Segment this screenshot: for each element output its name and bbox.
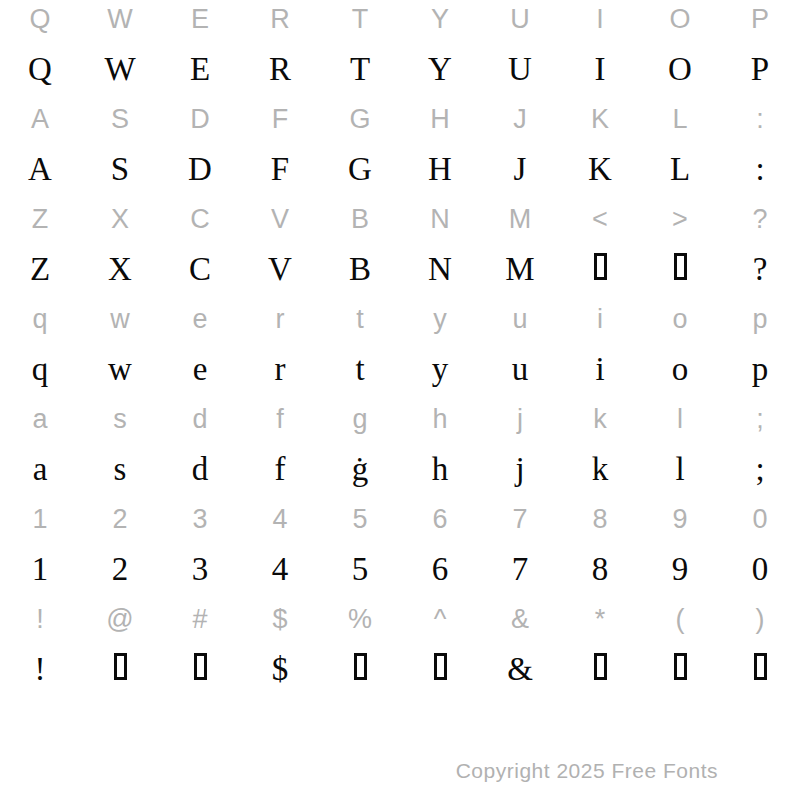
reference-glyph: : [756, 106, 764, 133]
reference-glyph: 3 [192, 506, 207, 533]
font-glyph: Y [428, 53, 452, 86]
reference-glyph: 4 [272, 506, 287, 533]
reference-glyph: Q [29, 6, 50, 33]
font-glyph: M [505, 253, 534, 286]
font-glyph: k [592, 453, 609, 486]
font-glyph: 0 [752, 553, 769, 586]
font-glyph: 4 [272, 553, 289, 586]
font-glyph: V [268, 253, 292, 286]
reference-glyph: o [672, 306, 687, 333]
reference-glyph: H [430, 106, 450, 133]
missing-glyph-box [114, 653, 127, 680]
reference-glyph: D [190, 106, 210, 133]
missing-glyph-box [754, 653, 767, 680]
rendered-font-row: 1234567890 [0, 538, 800, 600]
reference-glyph: P [751, 6, 769, 33]
missing-glyph-box [354, 653, 367, 680]
font-glyph: ? [753, 253, 768, 286]
reference-row: ASDFGHJKL: [0, 100, 800, 138]
font-glyph: 5 [352, 553, 369, 586]
reference-glyph: < [592, 206, 608, 233]
reference-glyph: > [672, 206, 688, 233]
font-glyph: p [752, 353, 769, 386]
font-glyph: e [193, 353, 208, 386]
rendered-font-row: asdfġhjkl; [0, 438, 800, 500]
font-glyph: q [32, 353, 49, 386]
reference-glyph: ; [756, 406, 764, 433]
reference-glyph: d [192, 406, 207, 433]
font-glyph: C [189, 253, 211, 286]
reference-glyph: U [510, 6, 530, 33]
font-glyph: A [28, 153, 52, 186]
charmap-row-pair: qwertyuiopqwertyuiop [0, 300, 800, 400]
font-glyph: Z [30, 253, 50, 286]
font-glyph: T [350, 53, 370, 86]
reference-glyph: M [509, 206, 532, 233]
reference-glyph: ^ [434, 606, 447, 633]
font-glyph: i [595, 353, 604, 386]
font-glyph: O [668, 53, 692, 86]
reference-glyph: B [351, 206, 369, 233]
font-glyph-missing [674, 653, 687, 686]
rendered-font-row: !$& [0, 638, 800, 700]
reference-glyph: W [107, 6, 132, 33]
reference-glyph: p [752, 306, 767, 333]
reference-glyph: X [111, 206, 129, 233]
font-glyph: f [275, 453, 286, 486]
font-glyph: X [108, 253, 132, 286]
reference-glyph: C [190, 206, 210, 233]
font-glyph: I [595, 53, 606, 86]
font-glyph-missing [594, 653, 607, 686]
font-glyph: u [512, 353, 529, 386]
reference-glyph: O [669, 6, 690, 33]
reference-glyph: e [192, 306, 207, 333]
reference-glyph: R [270, 6, 290, 33]
reference-glyph: ) [756, 606, 765, 633]
charmap-row-pair: QWERTYUIOPQWERTYUIOP [0, 0, 800, 100]
reference-glyph: 2 [112, 506, 127, 533]
reference-glyph: 5 [352, 506, 367, 533]
reference-glyph: g [352, 406, 367, 433]
font-glyph: 1 [32, 553, 49, 586]
charmap-row-pair: ZXCVBNM<>?ZXCVBNM? [0, 200, 800, 300]
font-glyph: ! [35, 653, 46, 686]
reference-row: !@#$%^&*() [0, 600, 800, 638]
font-glyph: E [190, 53, 210, 86]
font-glyph: r [275, 353, 286, 386]
font-glyph: 6 [432, 553, 449, 586]
reference-glyph: w [110, 306, 130, 333]
font-glyph: S [111, 153, 129, 186]
reference-glyph: % [348, 606, 372, 633]
font-glyph: & [507, 653, 533, 686]
reference-glyph: I [596, 6, 604, 33]
font-glyph: L [670, 153, 690, 186]
reference-glyph: L [672, 106, 687, 133]
font-glyph: w [108, 353, 132, 386]
font-glyph: ; [755, 453, 764, 486]
reference-glyph: h [432, 406, 447, 433]
reference-glyph: 7 [512, 506, 527, 533]
font-glyph: l [675, 453, 684, 486]
font-glyph-missing [434, 653, 447, 686]
font-glyph: J [514, 153, 527, 186]
font-glyph: s [114, 453, 127, 486]
font-glyph: d [192, 453, 209, 486]
reference-glyph: Z [32, 206, 49, 233]
missing-glyph-box [674, 653, 687, 680]
missing-glyph-box [594, 253, 607, 280]
reference-glyph: V [271, 206, 289, 233]
copyright-text: Copyright 2025 Free Fonts [456, 759, 718, 783]
reference-glyph: f [276, 406, 284, 433]
reference-glyph: S [111, 106, 129, 133]
font-glyph: t [355, 353, 364, 386]
rendered-font-row: ZXCVBNM? [0, 238, 800, 300]
font-glyph: H [428, 153, 452, 186]
reference-row: QWERTYUIOP [0, 0, 800, 38]
missing-glyph-box [594, 653, 607, 680]
font-glyph: : [755, 153, 764, 186]
font-glyph-missing [114, 653, 127, 686]
font-glyph: ġ [352, 453, 369, 486]
reference-glyph: a [32, 406, 47, 433]
reference-glyph: t [356, 306, 364, 333]
font-glyph-missing [754, 653, 767, 686]
font-glyph: D [188, 153, 212, 186]
font-glyph: h [432, 453, 449, 486]
font-preview-canvas: QWERTYUIOPQWERTYUIOPASDFGHJKL:ASDFGHJKL:… [0, 0, 800, 800]
reference-glyph: 6 [432, 506, 447, 533]
font-glyph: 9 [672, 553, 689, 586]
font-glyph: U [508, 53, 532, 86]
font-glyph: F [271, 153, 289, 186]
reference-glyph: ! [36, 606, 44, 633]
rendered-font-row: QWERTYUIOP [0, 38, 800, 100]
reference-glyph: j [517, 406, 523, 433]
reference-glyph: # [192, 606, 207, 633]
reference-glyph: 9 [672, 506, 687, 533]
reference-row: ZXCVBNM<>? [0, 200, 800, 238]
reference-glyph: * [595, 606, 606, 633]
reference-row: asdfghjkl; [0, 400, 800, 438]
reference-glyph: A [31, 106, 49, 133]
reference-glyph: K [591, 106, 609, 133]
charmap-row-pair: 12345678901234567890 [0, 500, 800, 600]
rendered-font-row: ASDFGHJKL: [0, 138, 800, 200]
font-glyph: a [33, 453, 48, 486]
font-glyph-missing [354, 653, 367, 686]
charmap-row-pair: ASDFGHJKL:ASDFGHJKL: [0, 100, 800, 200]
reference-glyph: l [677, 406, 683, 433]
reference-glyph: J [513, 106, 527, 133]
reference-glyph: y [433, 306, 447, 333]
font-glyph: 7 [512, 553, 529, 586]
reference-glyph: q [32, 306, 47, 333]
reference-glyph: s [113, 406, 127, 433]
charmap: QWERTYUIOPQWERTYUIOPASDFGHJKL:ASDFGHJKL:… [0, 0, 800, 700]
reference-glyph: @ [106, 606, 133, 633]
font-glyph: W [104, 53, 135, 86]
reference-glyph: $ [272, 606, 287, 633]
reference-glyph: N [430, 206, 450, 233]
reference-glyph: 0 [752, 506, 767, 533]
reference-glyph: E [191, 6, 209, 33]
rendered-font-row: qwertyuiop [0, 338, 800, 400]
reference-glyph: G [349, 106, 370, 133]
reference-glyph: & [511, 606, 529, 633]
font-glyph: G [348, 153, 372, 186]
font-glyph: K [588, 153, 612, 186]
font-glyph: j [515, 453, 524, 486]
font-glyph: B [349, 253, 371, 286]
reference-glyph: F [272, 106, 289, 133]
font-glyph-missing [194, 653, 207, 686]
missing-glyph-box [674, 253, 687, 280]
font-glyph: R [269, 53, 291, 86]
reference-glyph: T [352, 6, 369, 33]
font-glyph: y [432, 353, 449, 386]
charmap-row-pair: !@#$%^&*()!$& [0, 600, 800, 700]
font-glyph: 3 [192, 553, 209, 586]
reference-row: 1234567890 [0, 500, 800, 538]
font-glyph: N [428, 253, 452, 286]
font-glyph: 8 [592, 553, 609, 586]
reference-glyph: ( [676, 606, 685, 633]
font-glyph-missing [594, 253, 607, 286]
font-glyph: 2 [112, 553, 129, 586]
font-glyph: o [672, 353, 689, 386]
reference-glyph: ? [752, 206, 767, 233]
font-glyph: $ [272, 653, 289, 686]
charmap-row-pair: asdfghjkl;asdfġhjkl; [0, 400, 800, 500]
reference-glyph: 1 [32, 506, 47, 533]
font-glyph-missing [674, 253, 687, 286]
missing-glyph-box [434, 653, 447, 680]
font-glyph: P [751, 53, 769, 86]
reference-row: qwertyuiop [0, 300, 800, 338]
reference-glyph: Y [431, 6, 449, 33]
reference-glyph: u [512, 306, 527, 333]
reference-glyph: r [276, 306, 285, 333]
reference-glyph: 8 [592, 506, 607, 533]
reference-glyph: i [597, 306, 603, 333]
missing-glyph-box [194, 653, 207, 680]
font-glyph: Q [28, 53, 52, 86]
reference-glyph: k [593, 406, 607, 433]
